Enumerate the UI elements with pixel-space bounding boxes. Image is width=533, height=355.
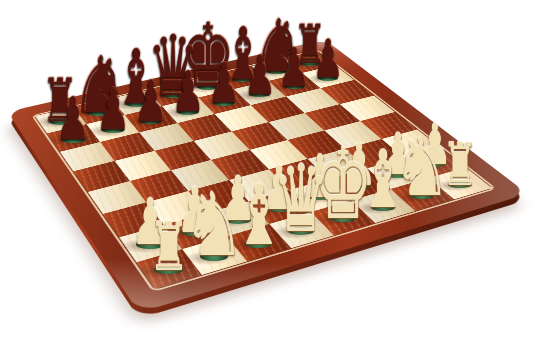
board-grid [35, 51, 492, 289]
chess-board [7, 40, 527, 313]
chess-set-product-photo: ♜♞♟♝♟♚♟♛♟♝♟♞♟♜♟♟♟♟♜♟♞♟♝♟♚♟♛♟♝♟♞♜ [0, 0, 533, 355]
